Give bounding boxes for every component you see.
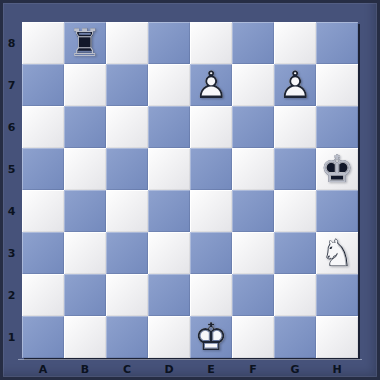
square-g5[interactable] xyxy=(274,148,316,190)
square-a3[interactable] xyxy=(22,232,64,274)
chess-board: ♜♖♟♙♟♙♚♔♞♘♚♔ xyxy=(22,22,358,358)
square-a5[interactable] xyxy=(22,148,64,190)
file-label-b: B xyxy=(64,361,106,377)
piece-white-king-e1[interactable]: ♚♔ xyxy=(190,316,232,358)
file-label-a: A xyxy=(22,361,64,377)
file-label-d: D xyxy=(148,361,190,377)
square-c4[interactable] xyxy=(106,190,148,232)
file-label-f: F xyxy=(232,361,274,377)
square-b2[interactable] xyxy=(64,274,106,316)
square-d3[interactable] xyxy=(148,232,190,274)
square-e3[interactable] xyxy=(190,232,232,274)
square-h7[interactable] xyxy=(316,64,358,106)
square-a6[interactable] xyxy=(22,106,64,148)
square-c6[interactable] xyxy=(106,106,148,148)
piece-white-pawn-e7[interactable]: ♟♙ xyxy=(190,64,232,106)
square-b7[interactable] xyxy=(64,64,106,106)
square-g2[interactable] xyxy=(274,274,316,316)
square-g7[interactable]: ♟♙ xyxy=(274,64,316,106)
square-h8[interactable] xyxy=(316,22,358,64)
square-d1[interactable] xyxy=(148,316,190,358)
square-b8[interactable]: ♜♖ xyxy=(64,22,106,64)
square-h2[interactable] xyxy=(316,274,358,316)
square-f6[interactable] xyxy=(232,106,274,148)
square-c8[interactable] xyxy=(106,22,148,64)
square-b4[interactable] xyxy=(64,190,106,232)
square-g3[interactable] xyxy=(274,232,316,274)
square-h1[interactable] xyxy=(316,316,358,358)
file-label-e: E xyxy=(190,361,232,377)
rank-label-3: 3 xyxy=(3,232,20,274)
board-bottom-highlight xyxy=(18,359,362,360)
rank-label-8: 8 xyxy=(3,22,20,64)
square-d6[interactable] xyxy=(148,106,190,148)
square-f4[interactable] xyxy=(232,190,274,232)
square-b3[interactable] xyxy=(64,232,106,274)
white-knight-outline-glyph: ♘ xyxy=(316,232,358,274)
piece-black-king-h5[interactable]: ♚♔ xyxy=(316,148,358,190)
square-e5[interactable] xyxy=(190,148,232,190)
square-b1[interactable] xyxy=(64,316,106,358)
square-c5[interactable] xyxy=(106,148,148,190)
square-f1[interactable] xyxy=(232,316,274,358)
rank-label-1: 1 xyxy=(3,316,20,358)
square-d4[interactable] xyxy=(148,190,190,232)
file-label-h: H xyxy=(316,361,358,377)
rank-label-5: 5 xyxy=(3,148,20,190)
square-a4[interactable] xyxy=(22,190,64,232)
chessboard-frame: ♜♖♟♙♟♙♚♔♞♘♚♔ 87654321 ABCDEFGH xyxy=(0,0,380,380)
square-b6[interactable] xyxy=(64,106,106,148)
square-d7[interactable] xyxy=(148,64,190,106)
square-c1[interactable] xyxy=(106,316,148,358)
square-a2[interactable] xyxy=(22,274,64,316)
black-rook-outline-glyph: ♖ xyxy=(64,22,106,64)
square-f7[interactable] xyxy=(232,64,274,106)
square-e4[interactable] xyxy=(190,190,232,232)
square-e6[interactable] xyxy=(190,106,232,148)
square-g8[interactable] xyxy=(274,22,316,64)
square-g6[interactable] xyxy=(274,106,316,148)
square-h3[interactable]: ♞♘ xyxy=(316,232,358,274)
square-a7[interactable] xyxy=(22,64,64,106)
piece-black-rook-b8[interactable]: ♜♖ xyxy=(64,22,106,64)
square-h5[interactable]: ♚♔ xyxy=(316,148,358,190)
square-f2[interactable] xyxy=(232,274,274,316)
rank-label-2: 2 xyxy=(3,274,20,316)
square-b5[interactable] xyxy=(64,148,106,190)
square-h6[interactable] xyxy=(316,106,358,148)
square-f8[interactable] xyxy=(232,22,274,64)
square-f3[interactable] xyxy=(232,232,274,274)
square-c3[interactable] xyxy=(106,232,148,274)
white-pawn-outline-glyph: ♙ xyxy=(274,64,316,106)
square-e7[interactable]: ♟♙ xyxy=(190,64,232,106)
square-c7[interactable] xyxy=(106,64,148,106)
square-e2[interactable] xyxy=(190,274,232,316)
rank-label-4: 4 xyxy=(3,190,20,232)
piece-white-pawn-g7[interactable]: ♟♙ xyxy=(274,64,316,106)
piece-white-knight-h3[interactable]: ♞♘ xyxy=(316,232,358,274)
white-pawn-outline-glyph: ♙ xyxy=(190,64,232,106)
square-g4[interactable] xyxy=(274,190,316,232)
square-h4[interactable] xyxy=(316,190,358,232)
rank-label-7: 7 xyxy=(3,64,20,106)
square-e1[interactable]: ♚♔ xyxy=(190,316,232,358)
file-label-g: G xyxy=(274,361,316,377)
square-f5[interactable] xyxy=(232,148,274,190)
square-g1[interactable] xyxy=(274,316,316,358)
square-d2[interactable] xyxy=(148,274,190,316)
square-e8[interactable] xyxy=(190,22,232,64)
square-d5[interactable] xyxy=(148,148,190,190)
square-d8[interactable] xyxy=(148,22,190,64)
white-king-outline-glyph: ♔ xyxy=(190,316,232,358)
black-king-outline-glyph: ♔ xyxy=(316,148,358,190)
rank-label-6: 6 xyxy=(3,106,20,148)
square-c2[interactable] xyxy=(106,274,148,316)
square-a8[interactable] xyxy=(22,22,64,64)
file-label-c: C xyxy=(106,361,148,377)
square-a1[interactable] xyxy=(22,316,64,358)
